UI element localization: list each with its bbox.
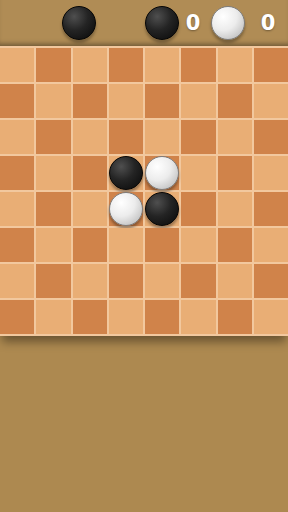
board-cell-e7[interactable] xyxy=(145,264,179,298)
board-cell-f2[interactable] xyxy=(181,84,215,118)
board-cell-a1[interactable] xyxy=(0,48,34,82)
app-background: 0 0 xyxy=(0,0,288,512)
board-cell-e6[interactable] xyxy=(145,228,179,262)
board-cell-d6[interactable] xyxy=(109,228,143,262)
board-cell-c2[interactable] xyxy=(73,84,107,118)
board-cell-d7[interactable] xyxy=(109,264,143,298)
board-cell-d2[interactable] xyxy=(109,84,143,118)
board-cell-a4[interactable] xyxy=(0,156,34,190)
board-cell-g3[interactable] xyxy=(218,120,252,154)
white-disc xyxy=(109,192,143,226)
board-cell-h5[interactable] xyxy=(254,192,288,226)
board-cell-a5[interactable] xyxy=(0,192,34,226)
board-cell-e1[interactable] xyxy=(145,48,179,82)
board-cell-c3[interactable] xyxy=(73,120,107,154)
board-cell-b3[interactable] xyxy=(36,120,70,154)
board-cell-d4[interactable] xyxy=(109,156,143,190)
board-cell-d3[interactable] xyxy=(109,120,143,154)
board-cell-e4[interactable] xyxy=(145,156,179,190)
board-cell-c4[interactable] xyxy=(73,156,107,190)
board-cell-g5[interactable] xyxy=(218,192,252,226)
board-cell-h6[interactable] xyxy=(254,228,288,262)
board-cell-f1[interactable] xyxy=(181,48,215,82)
black-score-disc-icon xyxy=(145,6,179,40)
board-cell-f6[interactable] xyxy=(181,228,215,262)
board-cell-e5[interactable] xyxy=(145,192,179,226)
board-cell-e3[interactable] xyxy=(145,120,179,154)
board-cell-f3[interactable] xyxy=(181,120,215,154)
board-cell-d8[interactable] xyxy=(109,300,143,334)
board-cell-h4[interactable] xyxy=(254,156,288,190)
white-score-disc-icon xyxy=(211,6,245,40)
board-cell-f4[interactable] xyxy=(181,156,215,190)
board-cell-a6[interactable] xyxy=(0,228,34,262)
black-disc xyxy=(145,192,179,226)
board-cell-c6[interactable] xyxy=(73,228,107,262)
board-cell-b8[interactable] xyxy=(36,300,70,334)
board-cell-b7[interactable] xyxy=(36,264,70,298)
board-cell-c8[interactable] xyxy=(73,300,107,334)
board-cell-a3[interactable] xyxy=(0,120,34,154)
board-cell-b5[interactable] xyxy=(36,192,70,226)
board-cell-f5[interactable] xyxy=(181,192,215,226)
board-cell-c7[interactable] xyxy=(73,264,107,298)
board-cell-h1[interactable] xyxy=(254,48,288,82)
board-cell-d5[interactable] xyxy=(109,192,143,226)
board-cell-h8[interactable] xyxy=(254,300,288,334)
board-cell-a2[interactable] xyxy=(0,84,34,118)
footer-background xyxy=(0,336,288,512)
board-cell-d1[interactable] xyxy=(109,48,143,82)
board-cell-g6[interactable] xyxy=(218,228,252,262)
othello-board xyxy=(0,46,288,336)
board-cell-c5[interactable] xyxy=(73,192,107,226)
board-cell-h2[interactable] xyxy=(254,84,288,118)
board-cell-g7[interactable] xyxy=(218,264,252,298)
white-score-value: 0 xyxy=(257,9,279,37)
board-cell-g4[interactable] xyxy=(218,156,252,190)
board-cell-b4[interactable] xyxy=(36,156,70,190)
board-cell-h3[interactable] xyxy=(254,120,288,154)
board-cell-b1[interactable] xyxy=(36,48,70,82)
board-cell-h7[interactable] xyxy=(254,264,288,298)
board-cell-g2[interactable] xyxy=(218,84,252,118)
board-cell-a8[interactable] xyxy=(0,300,34,334)
board-cell-c1[interactable] xyxy=(73,48,107,82)
board-cell-f8[interactable] xyxy=(181,300,215,334)
board-cell-a7[interactable] xyxy=(0,264,34,298)
board-cell-b2[interactable] xyxy=(36,84,70,118)
board-cell-e2[interactable] xyxy=(145,84,179,118)
black-disc xyxy=(109,156,143,190)
black-score-value: 0 xyxy=(182,9,204,37)
white-disc xyxy=(145,156,179,190)
turn-indicator-black-disc xyxy=(62,6,96,40)
board-cell-b6[interactable] xyxy=(36,228,70,262)
board-cell-g8[interactable] xyxy=(218,300,252,334)
board-cell-e8[interactable] xyxy=(145,300,179,334)
board-cell-g1[interactable] xyxy=(218,48,252,82)
board-cell-f7[interactable] xyxy=(181,264,215,298)
score-header: 0 0 xyxy=(0,0,288,46)
